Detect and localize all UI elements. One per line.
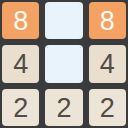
tile-4-r1c2: 4 <box>89 45 126 82</box>
tile-value: 2 <box>13 95 28 122</box>
tile-value: 4 <box>13 51 28 78</box>
tile-value: 2 <box>100 95 115 122</box>
empty-cell-r0c1 <box>45 2 82 39</box>
tile-value: 8 <box>13 8 28 35</box>
tile-2-r2c0: 2 <box>2 89 39 126</box>
tile-value: 2 <box>56 95 71 122</box>
2048-board[interactable]: 8844222 <box>0 0 128 128</box>
tile-8-r0c0: 8 <box>2 2 39 39</box>
tile-2-r2c2: 2 <box>89 89 126 126</box>
tile-4-r1c0: 4 <box>2 45 39 82</box>
tile-value: 8 <box>100 8 115 35</box>
tile-value: 4 <box>100 51 115 78</box>
tile-2-r2c1: 2 <box>45 89 82 126</box>
empty-cell-r1c1 <box>45 45 82 82</box>
tile-8-r0c2: 8 <box>89 2 126 39</box>
